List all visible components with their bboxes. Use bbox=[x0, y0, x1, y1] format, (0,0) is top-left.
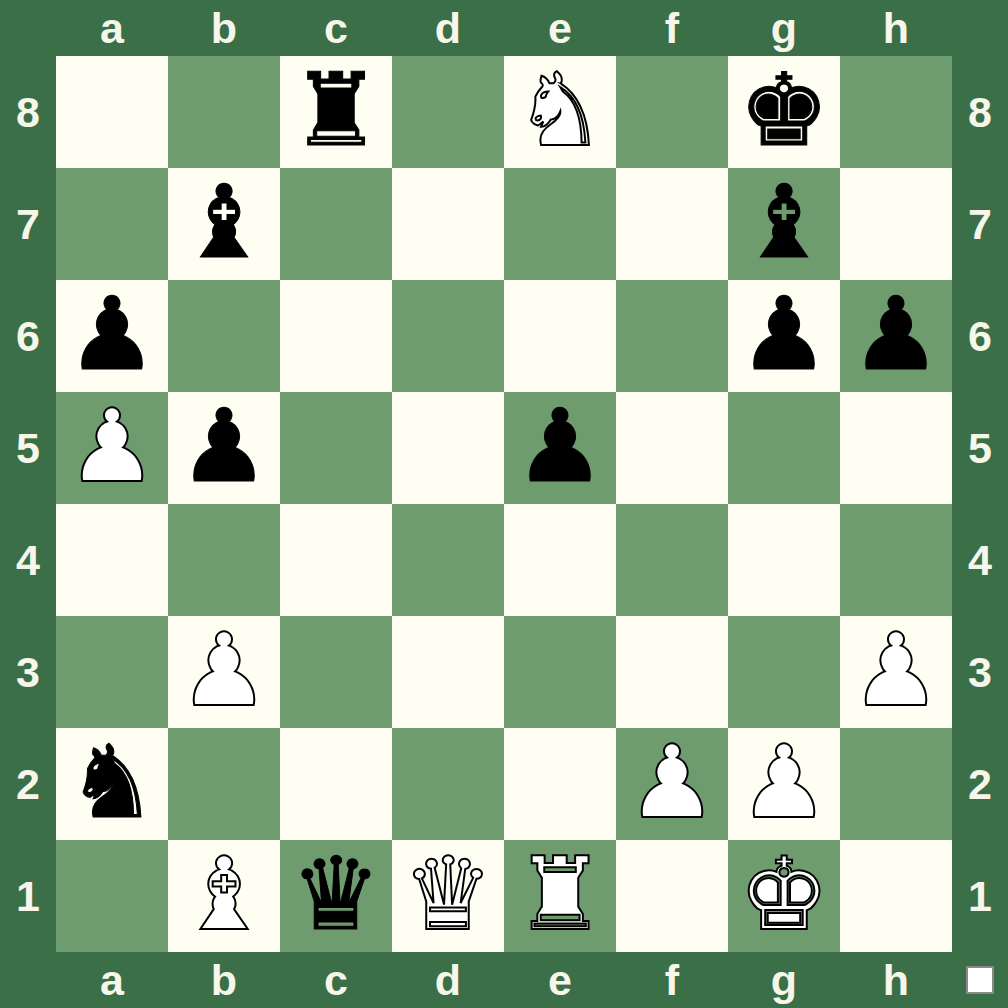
file-label: f bbox=[665, 7, 679, 50]
file-label: f bbox=[665, 959, 679, 1002]
square-a2[interactable]: ♞ bbox=[56, 728, 168, 840]
square-h7[interactable] bbox=[840, 168, 952, 280]
file-label-top-h: h bbox=[840, 0, 952, 56]
rank-label: 2 bbox=[16, 763, 40, 806]
square-b8[interactable] bbox=[168, 56, 280, 168]
white-to-move-indicator bbox=[966, 966, 994, 994]
file-label: b bbox=[211, 7, 237, 50]
file-label-top-a: a bbox=[56, 0, 168, 56]
square-d8[interactable] bbox=[392, 56, 504, 168]
board-corner-bottom-right bbox=[952, 952, 1008, 1008]
rank-label: 3 bbox=[16, 651, 40, 694]
board-corner-top-left bbox=[0, 0, 56, 56]
file-label: c bbox=[324, 7, 348, 50]
rank-label-left-3: 3 bbox=[0, 616, 56, 728]
board-corner-top-right bbox=[952, 0, 1008, 56]
square-h2[interactable] bbox=[840, 728, 952, 840]
square-c5[interactable] bbox=[280, 392, 392, 504]
piece-black-knight[interactable]: ♞ bbox=[67, 728, 158, 838]
square-e2[interactable] bbox=[504, 728, 616, 840]
square-g2[interactable]: ♟ bbox=[728, 728, 840, 840]
square-e8[interactable]: ♞ bbox=[504, 56, 616, 168]
chess-board: abcdefgh8♜♞♚87♝♝76♟♟♟65♟♟♟5443♟♟32♞♟♟21♝… bbox=[0, 0, 1008, 1008]
file-label-bottom-e: e bbox=[504, 952, 616, 1008]
square-f7[interactable] bbox=[616, 168, 728, 280]
rank-label: 6 bbox=[16, 315, 40, 358]
file-label: b bbox=[211, 959, 237, 1002]
rank-label-right-4: 4 bbox=[952, 504, 1008, 616]
file-label-bottom-f: f bbox=[616, 952, 728, 1008]
square-d3[interactable] bbox=[392, 616, 504, 728]
file-label-bottom-b: b bbox=[168, 952, 280, 1008]
file-label-top-b: b bbox=[168, 0, 280, 56]
square-b3[interactable]: ♟ bbox=[168, 616, 280, 728]
rank-label-left-6: 6 bbox=[0, 280, 56, 392]
square-b5[interactable]: ♟ bbox=[168, 392, 280, 504]
rank-label-left-4: 4 bbox=[0, 504, 56, 616]
rank-label: 7 bbox=[968, 203, 992, 246]
square-h6[interactable]: ♟ bbox=[840, 280, 952, 392]
file-label: a bbox=[100, 959, 124, 1002]
file-label-top-f: f bbox=[616, 0, 728, 56]
square-e4[interactable] bbox=[504, 504, 616, 616]
piece-black-pawn[interactable]: ♟ bbox=[739, 280, 830, 390]
file-label: d bbox=[435, 7, 461, 50]
square-f3[interactable] bbox=[616, 616, 728, 728]
square-c1[interactable]: ♛ bbox=[280, 840, 392, 952]
square-h3[interactable]: ♟ bbox=[840, 616, 952, 728]
rank-label: 6 bbox=[968, 315, 992, 358]
rank-label-right-3: 3 bbox=[952, 616, 1008, 728]
piece-black-pawn[interactable]: ♟ bbox=[515, 392, 606, 502]
rank-label: 2 bbox=[968, 763, 992, 806]
square-g6[interactable]: ♟ bbox=[728, 280, 840, 392]
square-d7[interactable] bbox=[392, 168, 504, 280]
square-c8[interactable]: ♜ bbox=[280, 56, 392, 168]
square-f4[interactable] bbox=[616, 504, 728, 616]
square-b4[interactable] bbox=[168, 504, 280, 616]
square-c3[interactable] bbox=[280, 616, 392, 728]
file-label-bottom-g: g bbox=[728, 952, 840, 1008]
rank-label: 5 bbox=[16, 427, 40, 470]
piece-white-pawn[interactable]: ♟ bbox=[179, 616, 270, 726]
rank-label: 7 bbox=[16, 203, 40, 246]
rank-label-right-5: 5 bbox=[952, 392, 1008, 504]
square-a5[interactable]: ♟ bbox=[56, 392, 168, 504]
square-h1[interactable] bbox=[840, 840, 952, 952]
piece-white-pawn[interactable]: ♟ bbox=[739, 728, 830, 838]
square-f1[interactable] bbox=[616, 840, 728, 952]
square-f2[interactable]: ♟ bbox=[616, 728, 728, 840]
rank-label-left-7: 7 bbox=[0, 168, 56, 280]
square-c2[interactable] bbox=[280, 728, 392, 840]
file-label: h bbox=[883, 7, 909, 50]
square-e7[interactable] bbox=[504, 168, 616, 280]
file-label-bottom-c: c bbox=[280, 952, 392, 1008]
square-a6[interactable]: ♟ bbox=[56, 280, 168, 392]
square-g3[interactable] bbox=[728, 616, 840, 728]
file-label-top-c: c bbox=[280, 0, 392, 56]
square-c7[interactable] bbox=[280, 168, 392, 280]
rank-label: 1 bbox=[968, 875, 992, 918]
square-c4[interactable] bbox=[280, 504, 392, 616]
piece-white-king[interactable]: ♚ bbox=[739, 840, 830, 950]
square-a7[interactable] bbox=[56, 168, 168, 280]
square-h5[interactable] bbox=[840, 392, 952, 504]
file-label: e bbox=[548, 959, 572, 1002]
file-label-bottom-h: h bbox=[840, 952, 952, 1008]
square-g5[interactable] bbox=[728, 392, 840, 504]
square-d2[interactable] bbox=[392, 728, 504, 840]
piece-white-knight[interactable]: ♞ bbox=[515, 56, 606, 166]
file-label-top-g: g bbox=[728, 0, 840, 56]
square-e5[interactable]: ♟ bbox=[504, 392, 616, 504]
piece-black-king[interactable]: ♚ bbox=[739, 56, 830, 166]
rank-label: 1 bbox=[16, 875, 40, 918]
rank-label: 3 bbox=[968, 651, 992, 694]
square-g4[interactable] bbox=[728, 504, 840, 616]
rank-label: 4 bbox=[16, 539, 40, 582]
rank-label-right-2: 2 bbox=[952, 728, 1008, 840]
file-label: c bbox=[324, 959, 348, 1002]
rank-label-right-7: 7 bbox=[952, 168, 1008, 280]
rank-label-left-8: 8 bbox=[0, 56, 56, 168]
file-label-top-d: d bbox=[392, 0, 504, 56]
rank-label-left-1: 1 bbox=[0, 840, 56, 952]
file-label-bottom-d: d bbox=[392, 952, 504, 1008]
square-e6[interactable] bbox=[504, 280, 616, 392]
rank-label-right-8: 8 bbox=[952, 56, 1008, 168]
square-d4[interactable] bbox=[392, 504, 504, 616]
file-label: g bbox=[771, 959, 797, 1002]
file-label: e bbox=[548, 7, 572, 50]
square-a4[interactable] bbox=[56, 504, 168, 616]
square-d5[interactable] bbox=[392, 392, 504, 504]
square-d1[interactable]: ♛ bbox=[392, 840, 504, 952]
piece-white-bishop[interactable]: ♝ bbox=[179, 840, 270, 950]
rank-label-left-5: 5 bbox=[0, 392, 56, 504]
square-h4[interactable] bbox=[840, 504, 952, 616]
file-label: d bbox=[435, 959, 461, 1002]
piece-black-bishop[interactable]: ♝ bbox=[739, 168, 830, 278]
file-label: g bbox=[771, 7, 797, 50]
rank-label: 8 bbox=[968, 91, 992, 134]
piece-black-pawn[interactable]: ♟ bbox=[179, 392, 270, 502]
piece-black-bishop[interactable]: ♝ bbox=[179, 168, 270, 278]
square-h8[interactable] bbox=[840, 56, 952, 168]
square-b6[interactable] bbox=[168, 280, 280, 392]
square-f6[interactable] bbox=[616, 280, 728, 392]
square-e3[interactable] bbox=[504, 616, 616, 728]
rank-label: 4 bbox=[968, 539, 992, 582]
square-g1[interactable]: ♚ bbox=[728, 840, 840, 952]
square-c6[interactable] bbox=[280, 280, 392, 392]
square-d6[interactable] bbox=[392, 280, 504, 392]
piece-black-rook[interactable]: ♜ bbox=[291, 56, 382, 166]
square-b7[interactable]: ♝ bbox=[168, 168, 280, 280]
piece-white-rook[interactable]: ♜ bbox=[515, 840, 606, 950]
file-label-bottom-a: a bbox=[56, 952, 168, 1008]
piece-white-pawn[interactable]: ♟ bbox=[627, 728, 718, 838]
piece-black-pawn[interactable]: ♟ bbox=[67, 280, 158, 390]
square-e1[interactable]: ♜ bbox=[504, 840, 616, 952]
file-label: a bbox=[100, 7, 124, 50]
square-a8[interactable] bbox=[56, 56, 168, 168]
rank-label: 5 bbox=[968, 427, 992, 470]
rank-label-right-6: 6 bbox=[952, 280, 1008, 392]
square-g8[interactable]: ♚ bbox=[728, 56, 840, 168]
square-g7[interactable]: ♝ bbox=[728, 168, 840, 280]
square-b2[interactable] bbox=[168, 728, 280, 840]
file-label: h bbox=[883, 959, 909, 1002]
piece-black-queen[interactable]: ♛ bbox=[291, 840, 382, 950]
rank-label-right-1: 1 bbox=[952, 840, 1008, 952]
rank-label-left-2: 2 bbox=[0, 728, 56, 840]
piece-white-pawn[interactable]: ♟ bbox=[67, 392, 158, 502]
rank-label: 8 bbox=[16, 91, 40, 134]
square-a1[interactable] bbox=[56, 840, 168, 952]
square-f5[interactable] bbox=[616, 392, 728, 504]
board-corner-bottom-left bbox=[0, 952, 56, 1008]
file-label-top-e: e bbox=[504, 0, 616, 56]
piece-white-pawn[interactable]: ♟ bbox=[851, 616, 942, 726]
piece-black-pawn[interactable]: ♟ bbox=[851, 280, 942, 390]
square-b1[interactable]: ♝ bbox=[168, 840, 280, 952]
piece-white-queen[interactable]: ♛ bbox=[403, 840, 494, 950]
square-a3[interactable] bbox=[56, 616, 168, 728]
square-f8[interactable] bbox=[616, 56, 728, 168]
